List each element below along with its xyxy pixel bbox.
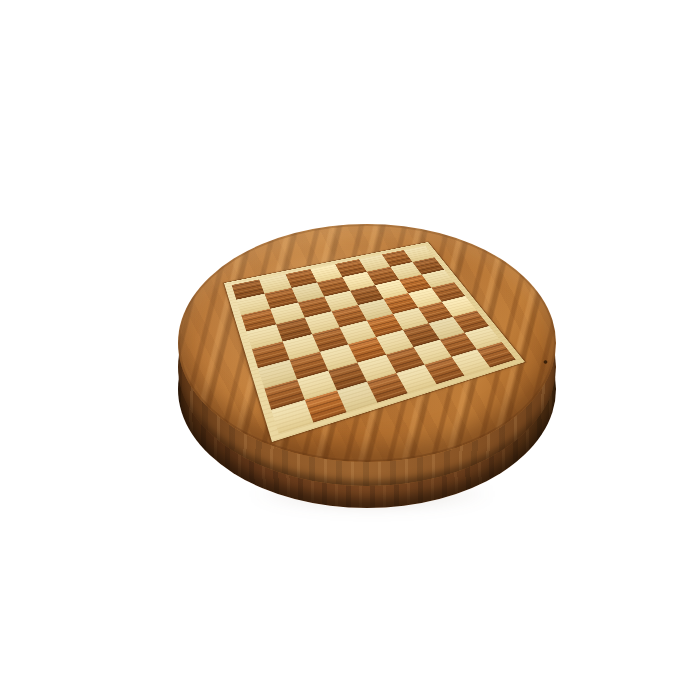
wood-knot-blemish bbox=[543, 360, 548, 364]
photo-background bbox=[0, 0, 700, 700]
